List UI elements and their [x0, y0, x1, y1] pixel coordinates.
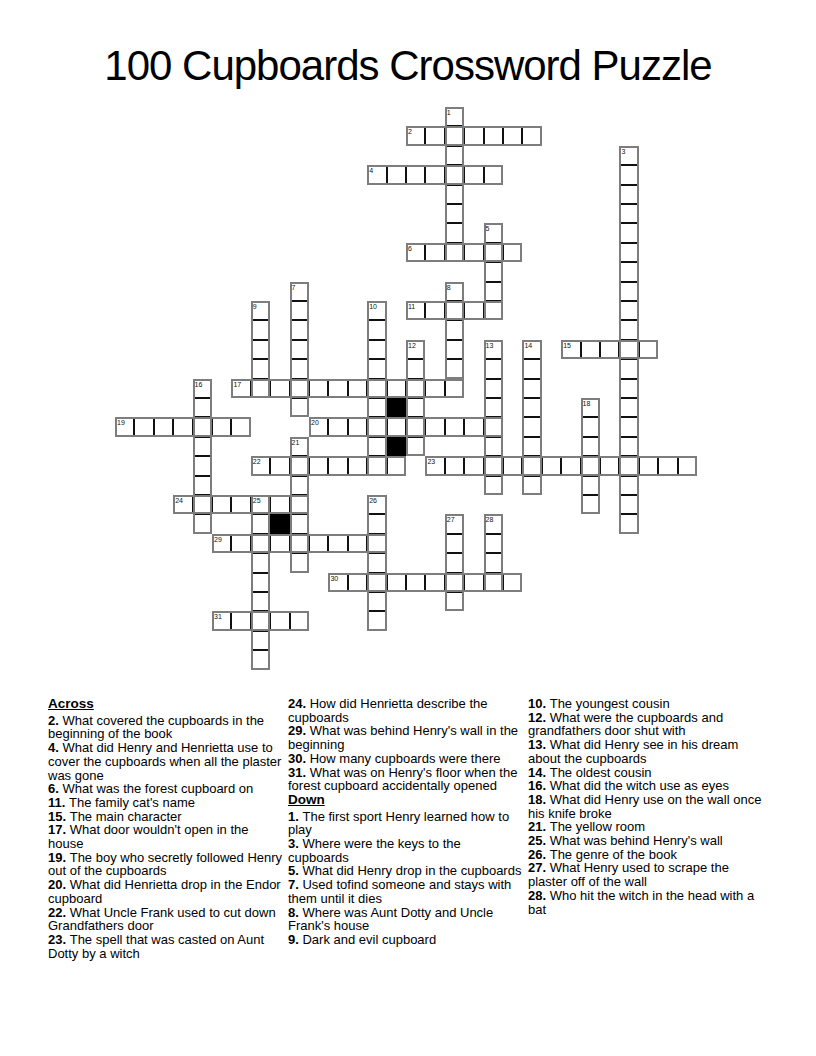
- grid-cell[interactable]: [425, 243, 444, 262]
- grid-cell[interactable]: [367, 514, 386, 533]
- grid-cell[interactable]: [290, 514, 309, 533]
- grid-cell[interactable]: [445, 107, 464, 126]
- clue-down-10: 10. The youngest cousin: [528, 697, 765, 711]
- grid-cell[interactable]: [290, 282, 309, 301]
- grid-cell[interactable]: [328, 534, 347, 553]
- clue-down-7: 7. Used tofind someone and stays with th…: [288, 878, 525, 905]
- grid-cell[interactable]: [367, 340, 386, 359]
- clue-down-14: 14. The oldest cousin: [528, 766, 765, 780]
- clue-across-11: 11. The family cat's name: [48, 796, 285, 810]
- grid-cell[interactable]: [231, 495, 250, 514]
- clue-down-16: 16. What did the witch use as eyes: [528, 779, 765, 793]
- grid-cell[interactable]: [425, 379, 444, 398]
- grid-cell[interactable]: [367, 553, 386, 572]
- grid-cell[interactable]: [387, 456, 406, 475]
- grid-cell[interactable]: [581, 476, 600, 495]
- grid-cell[interactable]: [348, 573, 367, 592]
- clue-number-label: 24.: [288, 696, 310, 711]
- grid-cell[interactable]: [251, 573, 270, 592]
- grid-cell[interactable]: [328, 573, 347, 592]
- grid-cell[interactable]: [212, 611, 231, 630]
- grid-cell[interactable]: [484, 398, 503, 417]
- grid-cell[interactable]: [212, 495, 231, 514]
- grid-cell[interactable]: [484, 379, 503, 398]
- clue-down-8: 8. Where was Aunt Dotty and Uncle Frank'…: [288, 906, 525, 933]
- grid-cell[interactable]: [367, 320, 386, 339]
- grid-cell[interactable]: [406, 359, 425, 378]
- grid-cell[interactable]: [251, 631, 270, 650]
- grid-cell[interactable]: [367, 359, 386, 378]
- clue-across-2: 2. What covered the cupboards in the beg…: [48, 714, 285, 741]
- grid-cell[interactable]: [619, 320, 638, 339]
- grid-cell[interactable]: [367, 611, 386, 630]
- grid-cell[interactable]: [367, 456, 386, 475]
- grid-cell[interactable]: [290, 456, 309, 475]
- clue-number-label: 28.: [528, 888, 550, 903]
- grid-cell[interactable]: [290, 534, 309, 553]
- clue-number-label: 20.: [48, 877, 70, 892]
- grid-cell[interactable]: [251, 320, 270, 339]
- grid-cell[interactable]: [367, 301, 386, 320]
- grid-cell[interactable]: [231, 417, 250, 436]
- grid-cell[interactable]: [309, 417, 328, 436]
- grid-cell[interactable]: [522, 359, 541, 378]
- grid-cell[interactable]: [231, 534, 250, 553]
- grid-cell[interactable]: [387, 379, 406, 398]
- clue-across-20: 20. What did Henrietta drop in the Endor…: [48, 878, 285, 905]
- grid-cell[interactable]: [445, 379, 464, 398]
- grid-cell[interactable]: [619, 514, 638, 533]
- clue-across-29: 29. What was behind Henry's wall in the …: [288, 724, 525, 751]
- grid-cell[interactable]: [290, 611, 309, 630]
- clue-down-25: 25. What was behind Henry's wall: [528, 834, 765, 848]
- grid-cell[interactable]: [581, 340, 600, 359]
- grid-cell[interactable]: [173, 417, 192, 436]
- grid-cell[interactable]: [484, 126, 503, 145]
- grid-cell[interactable]: [522, 456, 541, 475]
- grid-cell[interactable]: [173, 495, 192, 514]
- grid-cell[interactable]: [328, 379, 347, 398]
- grid-cell[interactable]: [251, 650, 270, 669]
- grid-cell[interactable]: [290, 476, 309, 495]
- grid-cell[interactable]: [445, 514, 464, 533]
- grid-cell[interactable]: [581, 417, 600, 436]
- clue-number-label: 2.: [48, 713, 62, 728]
- grid-cell[interactable]: [193, 379, 212, 398]
- grid-cell[interactable]: [251, 514, 270, 533]
- grid-cell[interactable]: [619, 476, 638, 495]
- grid-cell[interactable]: [619, 262, 638, 281]
- grid-cell[interactable]: [445, 301, 464, 320]
- grid-cell[interactable]: [290, 301, 309, 320]
- grid-cell[interactable]: [367, 495, 386, 514]
- grid-cell[interactable]: [484, 534, 503, 553]
- grid-cell[interactable]: [270, 611, 289, 630]
- grid-cell[interactable]: [251, 534, 270, 553]
- grid-cell[interactable]: [290, 359, 309, 378]
- grid-cell[interactable]: [406, 243, 425, 262]
- grid-cell[interactable]: [619, 204, 638, 223]
- grid-cell[interactable]: [561, 456, 580, 475]
- grid-cell[interactable]: [464, 165, 483, 184]
- grid-cell[interactable]: [290, 320, 309, 339]
- grid-cell[interactable]: [484, 359, 503, 378]
- grid-cell[interactable]: [464, 456, 483, 475]
- grid-cell[interactable]: [193, 417, 212, 436]
- grid-cell[interactable]: [290, 553, 309, 572]
- grid-cell[interactable]: [619, 243, 638, 262]
- grid-cell[interactable]: [445, 146, 464, 165]
- grid-cell[interactable]: [425, 165, 444, 184]
- clue-down-13: 13. What did Henry see in his dream abou…: [528, 738, 765, 765]
- grid-cell[interactable]: [542, 456, 561, 475]
- grid-cell[interactable]: [406, 340, 425, 359]
- grid-cell[interactable]: [367, 573, 386, 592]
- grid-cell[interactable]: [445, 456, 464, 475]
- grid-cell[interactable]: [290, 340, 309, 359]
- grid-cell[interactable]: [251, 611, 270, 630]
- grid-cell[interactable]: [251, 379, 270, 398]
- grid-cell[interactable]: [348, 456, 367, 475]
- grid-cell[interactable]: [445, 243, 464, 262]
- crossword-page: 100 Cupboards Crossword Puzzle 246111517…: [0, 0, 816, 1056]
- clue-across-23: 23. The spell that was casted on Aunt Do…: [48, 933, 285, 960]
- grid-cell[interactable]: [484, 262, 503, 281]
- clue-number-label: 4.: [48, 740, 62, 755]
- grid-cell[interactable]: [522, 340, 541, 359]
- grid-cell[interactable]: [581, 437, 600, 456]
- grid-cell[interactable]: [484, 456, 503, 475]
- grid-cell[interactable]: [484, 514, 503, 533]
- grid-cell[interactable]: [484, 340, 503, 359]
- grid-cell[interactable]: [154, 417, 173, 436]
- clue-number-label: 27.: [528, 860, 550, 875]
- grid-cell[interactable]: [367, 417, 386, 436]
- blocked-cell: [270, 514, 289, 533]
- clue-number-label: 19.: [48, 850, 70, 865]
- grid-cell[interactable]: [619, 437, 638, 456]
- grid-cell[interactable]: [367, 165, 386, 184]
- clue-number-label: 13.: [528, 737, 550, 752]
- grid-cell[interactable]: [445, 340, 464, 359]
- grid-cell[interactable]: [251, 301, 270, 320]
- grid-cell[interactable]: [484, 282, 503, 301]
- grid-cell[interactable]: [639, 340, 658, 359]
- clue-across-6: 6. What was the forest cupboard on: [48, 782, 285, 796]
- grid-cell[interactable]: [270, 379, 289, 398]
- clue-down-18: 18. What did Henry use on the wall once …: [528, 793, 765, 820]
- clue-across-24: 24. How did Henrietta describe the cupbo…: [288, 697, 525, 724]
- clue-number-label: 8.: [288, 905, 302, 920]
- grid-cell[interactable]: [328, 417, 347, 436]
- grid-cell[interactable]: [445, 126, 464, 145]
- grid-cell[interactable]: [193, 495, 212, 514]
- grid-cell[interactable]: [522, 417, 541, 436]
- grid-cell[interactable]: [406, 437, 425, 456]
- grid-cell[interactable]: [290, 437, 309, 456]
- grid-cell[interactable]: [484, 417, 503, 436]
- clue-down-1: 1. The first sport Henry learned how to …: [288, 810, 525, 837]
- grid-cell[interactable]: [445, 359, 464, 378]
- grid-cell[interactable]: [309, 534, 328, 553]
- clue-number-label: 17.: [48, 822, 70, 837]
- grid-cell[interactable]: [309, 456, 328, 475]
- grid-cell[interactable]: [445, 320, 464, 339]
- grid-cell[interactable]: [445, 223, 464, 242]
- grid-cell[interactable]: [464, 126, 483, 145]
- grid-cell[interactable]: [328, 456, 347, 475]
- grid-cell[interactable]: [406, 301, 425, 320]
- grid-cell[interactable]: [387, 165, 406, 184]
- grid-cell[interactable]: [445, 573, 464, 592]
- grid-cell[interactable]: [619, 282, 638, 301]
- grid-cell[interactable]: [658, 456, 677, 475]
- grid-cell[interactable]: [367, 592, 386, 611]
- grid-cell[interactable]: [193, 456, 212, 475]
- grid-cell[interactable]: [425, 573, 444, 592]
- clue-across-15: 15. The main character: [48, 810, 285, 824]
- grid-cell[interactable]: [251, 592, 270, 611]
- clue-number-label: 29.: [288, 723, 310, 738]
- page-title: 100 Cupboards Crossword Puzzle: [0, 42, 816, 90]
- grid-cell[interactable]: [464, 301, 483, 320]
- clue-down-28: 28. Who hit the witch in the head with a…: [528, 889, 765, 916]
- grid-cell[interactable]: [367, 379, 386, 398]
- grid-cell[interactable]: [445, 417, 464, 436]
- grid-cell[interactable]: [445, 185, 464, 204]
- grid-cell[interactable]: [619, 398, 638, 417]
- grid-cell[interactable]: [406, 126, 425, 145]
- grid-cell[interactable]: [619, 379, 638, 398]
- grid-cell[interactable]: [619, 146, 638, 165]
- grid-cell[interactable]: [367, 398, 386, 417]
- grid-cell[interactable]: [406, 165, 425, 184]
- grid-cell[interactable]: [387, 417, 406, 436]
- grid-cell[interactable]: [406, 417, 425, 436]
- grid-cell[interactable]: [290, 398, 309, 417]
- grid-cell[interactable]: [193, 437, 212, 456]
- grid-cell[interactable]: [561, 340, 580, 359]
- clue-down-3: 3. Where were the keys to the cupboards: [288, 837, 525, 864]
- clues-column-across: Across2. What covered the cupboards in t…: [48, 697, 285, 960]
- clue-section-header-across: Across: [48, 697, 285, 711]
- grid-cell[interactable]: [251, 340, 270, 359]
- grid-cell[interactable]: [503, 573, 522, 592]
- clue-number-label: 22.: [48, 905, 70, 920]
- grid-cell[interactable]: [484, 573, 503, 592]
- grid-cell[interactable]: [425, 417, 444, 436]
- clue-number-label: 23.: [48, 932, 70, 947]
- grid-cell[interactable]: [445, 534, 464, 553]
- grid-cell[interactable]: [212, 534, 231, 553]
- clue-across-30: 30. How many cupboards were there: [288, 752, 525, 766]
- grid-cell[interactable]: [522, 476, 541, 495]
- clue-across-19: 19. The boy who secretly followed Henry …: [48, 851, 285, 878]
- grid-cell[interactable]: [387, 573, 406, 592]
- grid-cell[interactable]: [619, 495, 638, 514]
- grid-cell[interactable]: [522, 437, 541, 456]
- grid-cell[interactable]: [445, 165, 464, 184]
- grid-cell[interactable]: [600, 456, 619, 475]
- grid-cell[interactable]: [484, 476, 503, 495]
- grid-cell[interactable]: [445, 592, 464, 611]
- grid-cell[interactable]: [425, 126, 444, 145]
- clue-down-9: 9. Dark and evil cupboard: [288, 933, 525, 947]
- clue-down-12: 12. What were the cupboards and grandfat…: [528, 711, 765, 738]
- grid-cell[interactable]: [251, 456, 270, 475]
- grid-cell[interactable]: [251, 495, 270, 514]
- clue-number-label: 31.: [288, 765, 310, 780]
- grid-cell[interactable]: [639, 456, 658, 475]
- grid-cell[interactable]: [270, 534, 289, 553]
- grid-cell[interactable]: [290, 379, 309, 398]
- grid-cell[interactable]: [619, 165, 638, 184]
- grid-cell[interactable]: [115, 417, 134, 436]
- grid-cell[interactable]: [309, 379, 328, 398]
- grid-cell[interactable]: [231, 379, 250, 398]
- grid-cell[interactable]: [445, 204, 464, 223]
- clue-number-label: 18.: [528, 792, 550, 807]
- grid-cell[interactable]: [464, 417, 483, 436]
- grid-cell[interactable]: [484, 243, 503, 262]
- grid-cell[interactable]: [348, 417, 367, 436]
- grid-cell[interactable]: [522, 379, 541, 398]
- grid-cell[interactable]: [251, 359, 270, 378]
- grid-cell[interactable]: [348, 534, 367, 553]
- grid-cell[interactable]: [619, 417, 638, 436]
- grid-cell[interactable]: [581, 456, 600, 475]
- clue-number-label: 12.: [528, 710, 550, 725]
- clues-column-middle: 24. How did Henrietta describe the cupbo…: [288, 697, 525, 947]
- clues-column-down: 10. The youngest cousin12. What were the…: [528, 697, 765, 916]
- grid-cell[interactable]: [600, 340, 619, 359]
- grid-cell[interactable]: [348, 379, 367, 398]
- grid-cell[interactable]: [367, 534, 386, 553]
- grid-cell[interactable]: [484, 301, 503, 320]
- grid-cell[interactable]: [522, 126, 541, 145]
- grid-cell[interactable]: [290, 495, 309, 514]
- clue-number-label: 3.: [288, 836, 302, 851]
- clue-down-26: 26. The genre of the book: [528, 848, 765, 862]
- grid-cell[interactable]: [484, 223, 503, 242]
- grid-cell[interactable]: [445, 282, 464, 301]
- grid-cell[interactable]: [134, 417, 153, 436]
- crossword-grid: 2461115171920222324293031135789101213141…: [115, 107, 697, 670]
- grid-cell[interactable]: [193, 398, 212, 417]
- blocked-cell: [387, 398, 406, 417]
- grid-cell[interactable]: [193, 476, 212, 495]
- grid-cell[interactable]: [503, 126, 522, 145]
- grid-cell[interactable]: [619, 456, 638, 475]
- grid-cell[interactable]: [484, 165, 503, 184]
- grid-cell[interactable]: [406, 398, 425, 417]
- grid-cell[interactable]: [678, 456, 697, 475]
- grid-cell[interactable]: [619, 223, 638, 242]
- grid-cell[interactable]: [212, 417, 231, 436]
- clue-across-31: 31. What was on Henry's floor when the f…: [288, 766, 525, 793]
- grid-cell[interactable]: [464, 573, 483, 592]
- grid-cell[interactable]: [231, 611, 250, 630]
- grid-cell[interactable]: [522, 398, 541, 417]
- grid-cell[interactable]: [406, 573, 425, 592]
- grid-cell[interactable]: [619, 359, 638, 378]
- clue-number-label: 7.: [288, 877, 302, 892]
- clue-across-22: 22. What Uncle Frank used to cut down Gr…: [48, 906, 285, 933]
- grid-cell[interactable]: [581, 495, 600, 514]
- blocked-cell: [387, 437, 406, 456]
- grid-cell[interactable]: [484, 437, 503, 456]
- grid-cell[interactable]: [445, 553, 464, 572]
- clue-number-label: 9.: [288, 932, 302, 947]
- grid-cell[interactable]: [619, 301, 638, 320]
- grid-cell[interactable]: [270, 456, 289, 475]
- clue-across-17: 17. What door wouldn't open in the house: [48, 823, 285, 850]
- clue-number-label: 1.: [288, 809, 302, 824]
- clue-down-21: 21. The yellow room: [528, 820, 765, 834]
- grid-cell[interactable]: [581, 398, 600, 417]
- grid-cell[interactable]: [484, 553, 503, 572]
- grid-cell[interactable]: [270, 495, 289, 514]
- grid-cell[interactable]: [503, 456, 522, 475]
- clue-across-4: 4. What did Henry and Henrietta use to c…: [48, 741, 285, 782]
- clue-section-header-down: Down: [288, 793, 525, 807]
- grid-cell[interactable]: [367, 437, 386, 456]
- grid-cell[interactable]: [503, 243, 522, 262]
- grid-cell[interactable]: [464, 243, 483, 262]
- clue-down-5: 5. What did Henry drop in the cupboards: [288, 864, 525, 878]
- grid-cell[interactable]: [619, 340, 638, 359]
- grid-cell[interactable]: [406, 379, 425, 398]
- grid-cell[interactable]: [425, 301, 444, 320]
- grid-cell[interactable]: [425, 456, 444, 475]
- grid-cell[interactable]: [193, 514, 212, 533]
- clue-down-27: 27. What Henry used to scrape the plaste…: [528, 861, 765, 888]
- grid-cell[interactable]: [251, 553, 270, 572]
- grid-cell[interactable]: [619, 185, 638, 204]
